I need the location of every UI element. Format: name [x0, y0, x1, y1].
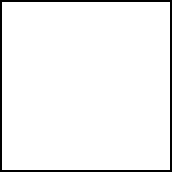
chess-diagram: [0, 0, 172, 172]
chess-board: [0, 0, 172, 172]
